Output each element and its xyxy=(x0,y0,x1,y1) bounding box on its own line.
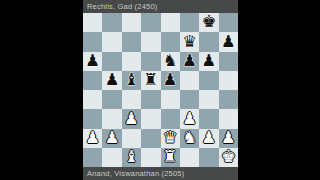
square-a6[interactable]: ♟ xyxy=(83,52,102,71)
square-c5[interactable]: ♝ xyxy=(122,71,141,90)
square-b8[interactable] xyxy=(102,13,121,32)
square-h3[interactable] xyxy=(219,109,238,128)
black-rook: ♜ xyxy=(143,72,158,89)
square-a3[interactable] xyxy=(83,109,102,128)
square-c4[interactable] xyxy=(122,90,141,109)
white-pawn: ♟ xyxy=(182,110,197,127)
black-queen: ♛ xyxy=(182,33,197,50)
video-frame: Rechlis, Gad (2450) ♚♛♟♟♞♟♟♟♝♜♟♟♟♟♟♛♞♟♟♝… xyxy=(0,0,320,180)
black-pawn: ♟ xyxy=(105,72,120,89)
square-h5[interactable] xyxy=(219,71,238,90)
square-h1[interactable]: ♚ xyxy=(219,148,238,167)
white-pawn: ♟ xyxy=(124,110,139,127)
square-c2[interactable] xyxy=(122,129,141,148)
white-player-label: Anand, Viswanathan (2505) xyxy=(87,169,184,178)
square-h8[interactable] xyxy=(219,13,238,32)
square-d8[interactable] xyxy=(141,13,160,32)
white-pawn: ♟ xyxy=(85,129,100,146)
square-d5[interactable]: ♜ xyxy=(141,71,160,90)
square-e6[interactable]: ♞ xyxy=(161,52,180,71)
square-b7[interactable] xyxy=(102,32,121,51)
square-h6[interactable] xyxy=(219,52,238,71)
square-g1[interactable] xyxy=(199,148,218,167)
black-pawn: ♟ xyxy=(221,33,236,50)
square-a1[interactable] xyxy=(83,148,102,167)
square-g3[interactable] xyxy=(199,109,218,128)
square-e7[interactable] xyxy=(161,32,180,51)
square-e2[interactable]: ♛ xyxy=(161,129,180,148)
square-a5[interactable] xyxy=(83,71,102,90)
square-b5[interactable]: ♟ xyxy=(102,71,121,90)
square-e5[interactable]: ♟ xyxy=(161,71,180,90)
square-g5[interactable] xyxy=(199,71,218,90)
square-f3[interactable]: ♟ xyxy=(180,109,199,128)
square-e3[interactable] xyxy=(161,109,180,128)
square-f1[interactable] xyxy=(180,148,199,167)
square-c6[interactable] xyxy=(122,52,141,71)
black-bishop: ♝ xyxy=(124,72,139,89)
square-f4[interactable] xyxy=(180,90,199,109)
white-pawn: ♟ xyxy=(202,129,217,146)
square-e4[interactable] xyxy=(161,90,180,109)
square-c8[interactable] xyxy=(122,13,141,32)
square-f2[interactable]: ♞ xyxy=(180,129,199,148)
square-b2[interactable]: ♟ xyxy=(102,129,121,148)
square-g8[interactable]: ♚ xyxy=(199,13,218,32)
square-b6[interactable] xyxy=(102,52,121,71)
chess-board: ♚♛♟♟♞♟♟♟♝♜♟♟♟♟♟♛♞♟♟♝♜♚ xyxy=(83,13,238,167)
square-d4[interactable] xyxy=(141,90,160,109)
black-player-label: Rechlis, Gad (2450) xyxy=(87,2,158,11)
square-a2[interactable]: ♟ xyxy=(83,129,102,148)
square-f8[interactable] xyxy=(180,13,199,32)
black-knight: ♞ xyxy=(163,52,178,69)
white-bishop: ♝ xyxy=(124,149,139,166)
white-queen: ♛ xyxy=(163,129,178,146)
white-knight: ♞ xyxy=(182,129,197,146)
square-h2[interactable]: ♟ xyxy=(219,129,238,148)
white-pawn: ♟ xyxy=(221,129,236,146)
white-player-bar: Anand, Viswanathan (2505) xyxy=(83,167,238,180)
square-f7[interactable]: ♛ xyxy=(180,32,199,51)
square-g2[interactable]: ♟ xyxy=(199,129,218,148)
black-player-bar: Rechlis, Gad (2450) xyxy=(83,0,238,13)
black-pawn: ♟ xyxy=(202,52,217,69)
square-c7[interactable] xyxy=(122,32,141,51)
square-c1[interactable]: ♝ xyxy=(122,148,141,167)
square-d1[interactable] xyxy=(141,148,160,167)
white-king: ♚ xyxy=(221,149,236,166)
square-h4[interactable] xyxy=(219,90,238,109)
square-d7[interactable] xyxy=(141,32,160,51)
square-e8[interactable] xyxy=(161,13,180,32)
black-pawn: ♟ xyxy=(85,52,100,69)
square-b1[interactable] xyxy=(102,148,121,167)
square-g6[interactable]: ♟ xyxy=(199,52,218,71)
square-d6[interactable] xyxy=(141,52,160,71)
black-pawn: ♟ xyxy=(182,52,197,69)
square-f5[interactable] xyxy=(180,71,199,90)
square-e1[interactable]: ♜ xyxy=(161,148,180,167)
square-a8[interactable] xyxy=(83,13,102,32)
square-g4[interactable] xyxy=(199,90,218,109)
square-a4[interactable] xyxy=(83,90,102,109)
square-d3[interactable] xyxy=(141,109,160,128)
black-king: ♚ xyxy=(202,14,217,31)
square-d2[interactable] xyxy=(141,129,160,148)
chess-viewer: Rechlis, Gad (2450) ♚♛♟♟♞♟♟♟♝♜♟♟♟♟♟♛♞♟♟♝… xyxy=(83,0,238,180)
square-b4[interactable] xyxy=(102,90,121,109)
square-f6[interactable]: ♟ xyxy=(180,52,199,71)
square-c3[interactable]: ♟ xyxy=(122,109,141,128)
square-a7[interactable] xyxy=(83,32,102,51)
white-rook: ♜ xyxy=(163,149,178,166)
black-pawn: ♟ xyxy=(163,72,178,89)
square-b3[interactable] xyxy=(102,109,121,128)
white-pawn: ♟ xyxy=(105,129,120,146)
square-h7[interactable]: ♟ xyxy=(219,32,238,51)
square-g7[interactable] xyxy=(199,32,218,51)
